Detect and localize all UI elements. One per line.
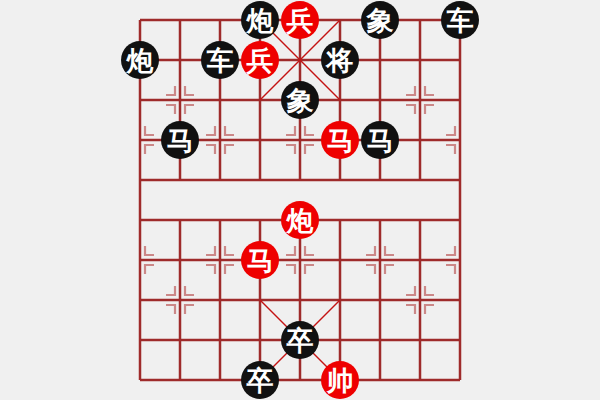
piece-red-general[interactable]: 帅 <box>321 361 359 399</box>
piece-red-soldier[interactable]: 兵 <box>241 41 279 79</box>
piece-black-soldier[interactable]: 卒 <box>241 361 279 399</box>
piece-black-horse[interactable]: 马 <box>361 121 399 159</box>
piece-black-cannon[interactable]: 炮 <box>241 1 279 39</box>
piece-black-horse[interactable]: 马 <box>161 121 199 159</box>
xiangqi-board[interactable]: 炮兵象车炮车兵将象马马马炮马卒卒帅 <box>0 0 600 400</box>
piece-black-cannon[interactable]: 炮 <box>121 41 159 79</box>
piece-red-horse[interactable]: 马 <box>321 121 359 159</box>
piece-red-horse[interactable]: 马 <box>241 241 279 279</box>
piece-black-chariot[interactable]: 车 <box>441 1 479 39</box>
piece-black-chariot[interactable]: 车 <box>201 41 239 79</box>
piece-black-soldier[interactable]: 卒 <box>281 321 319 359</box>
piece-red-soldier[interactable]: 兵 <box>281 1 319 39</box>
piece-black-general[interactable]: 将 <box>321 41 359 79</box>
piece-black-elephant[interactable]: 象 <box>361 1 399 39</box>
piece-black-elephant[interactable]: 象 <box>281 81 319 119</box>
piece-red-cannon[interactable]: 炮 <box>281 201 319 239</box>
